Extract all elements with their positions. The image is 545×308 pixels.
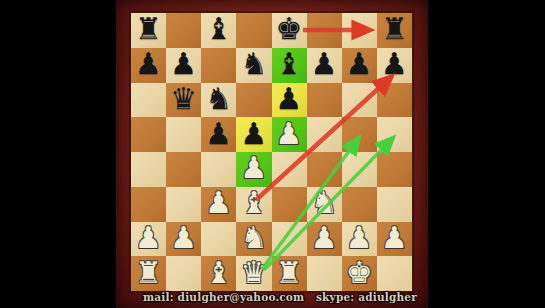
square-c1[interactable]: ♝ <box>201 256 236 291</box>
square-d7[interactable]: ♞ <box>236 48 271 83</box>
square-c2[interactable] <box>201 222 236 257</box>
square-b7[interactable]: ♟ <box>166 48 201 83</box>
square-f1[interactable] <box>307 256 342 291</box>
square-e4[interactable] <box>272 152 307 187</box>
piece-white-knight-d2[interactable]: ♞ <box>240 223 267 253</box>
square-g6[interactable] <box>342 83 377 118</box>
piece-white-pawn-b2[interactable]: ♟ <box>170 223 197 253</box>
piece-black-queen-b6[interactable]: ♛ <box>170 84 197 114</box>
right-black-bar <box>428 0 545 308</box>
square-c3[interactable]: ♟ <box>201 187 236 222</box>
square-a3[interactable] <box>131 187 166 222</box>
square-e7[interactable]: ♝ <box>272 48 307 83</box>
piece-white-pawn-c3[interactable]: ♟ <box>205 188 232 218</box>
square-h6[interactable] <box>377 83 412 118</box>
square-h2[interactable]: ♟ <box>377 222 412 257</box>
square-h7[interactable]: ♟ <box>377 48 412 83</box>
piece-white-bishop-c1[interactable]: ♝ <box>205 258 232 288</box>
square-h8[interactable]: ♜ <box>377 13 412 48</box>
piece-black-pawn-a7[interactable]: ♟ <box>135 49 162 79</box>
piece-white-rook-e1[interactable]: ♜ <box>276 258 303 288</box>
square-a2[interactable]: ♟ <box>131 222 166 257</box>
piece-black-knight-d7[interactable]: ♞ <box>240 49 267 79</box>
square-a8[interactable]: ♜ <box>131 13 166 48</box>
square-e6[interactable]: ♟ <box>272 83 307 118</box>
square-g4[interactable] <box>342 152 377 187</box>
square-h1[interactable] <box>377 256 412 291</box>
square-h4[interactable] <box>377 152 412 187</box>
square-b2[interactable]: ♟ <box>166 222 201 257</box>
square-h3[interactable] <box>377 187 412 222</box>
square-f6[interactable] <box>307 83 342 118</box>
square-d5[interactable]: ♟ <box>236 117 271 152</box>
piece-white-pawn-g2[interactable]: ♟ <box>346 223 373 253</box>
piece-black-pawn-b7[interactable]: ♟ <box>170 49 197 79</box>
square-f3[interactable]: ♞ <box>307 187 342 222</box>
piece-white-bishop-d3[interactable]: ♝ <box>240 188 267 218</box>
piece-black-bishop-e7[interactable]: ♝ <box>276 49 303 79</box>
square-b4[interactable] <box>166 152 201 187</box>
square-a5[interactable] <box>131 117 166 152</box>
piece-black-pawn-c5[interactable]: ♟ <box>205 119 232 149</box>
chess-board: ♜♝♚♜♟♟♞♝♟♟♟♛♞♟♟♟♟♟♟♝♞♟♟♞♟♟♟♜♝♛♜♚ <box>130 12 413 292</box>
square-g7[interactable]: ♟ <box>342 48 377 83</box>
piece-white-pawn-f2[interactable]: ♟ <box>311 223 338 253</box>
square-f2[interactable]: ♟ <box>307 222 342 257</box>
square-f5[interactable] <box>307 117 342 152</box>
piece-black-pawn-g7[interactable]: ♟ <box>346 49 373 79</box>
square-c8[interactable]: ♝ <box>201 13 236 48</box>
square-a6[interactable] <box>131 83 166 118</box>
piece-black-king-e8[interactable]: ♚ <box>276 14 303 44</box>
square-h5[interactable] <box>377 117 412 152</box>
square-g1[interactable]: ♚ <box>342 256 377 291</box>
piece-black-pawn-d5[interactable]: ♟ <box>240 119 267 149</box>
square-b8[interactable] <box>166 13 201 48</box>
piece-black-bishop-c8[interactable]: ♝ <box>205 14 232 44</box>
piece-black-pawn-h7[interactable]: ♟ <box>381 49 408 79</box>
square-a7[interactable]: ♟ <box>131 48 166 83</box>
square-b5[interactable] <box>166 117 201 152</box>
square-f4[interactable] <box>307 152 342 187</box>
piece-black-rook-a8[interactable]: ♜ <box>135 14 162 44</box>
piece-black-rook-h8[interactable]: ♜ <box>381 14 408 44</box>
square-b6[interactable]: ♛ <box>166 83 201 118</box>
square-c4[interactable] <box>201 152 236 187</box>
square-b1[interactable] <box>166 256 201 291</box>
square-d6[interactable] <box>236 83 271 118</box>
square-e1[interactable]: ♜ <box>272 256 307 291</box>
square-d1[interactable]: ♛ <box>236 256 271 291</box>
square-g2[interactable]: ♟ <box>342 222 377 257</box>
square-f7[interactable]: ♟ <box>307 48 342 83</box>
piece-white-pawn-a2[interactable]: ♟ <box>135 223 162 253</box>
square-f8[interactable] <box>307 13 342 48</box>
piece-white-pawn-d4[interactable]: ♟ <box>240 153 267 183</box>
square-e2[interactable] <box>272 222 307 257</box>
piece-white-pawn-h2[interactable]: ♟ <box>381 223 408 253</box>
contact-skype-label: skype: adiulgher <box>316 291 417 303</box>
piece-white-queen-d1[interactable]: ♛ <box>240 258 267 288</box>
square-e5[interactable]: ♟ <box>272 117 307 152</box>
square-d4[interactable]: ♟ <box>236 152 271 187</box>
piece-white-rook-a1[interactable]: ♜ <box>135 258 162 288</box>
square-e8[interactable]: ♚ <box>272 13 307 48</box>
left-black-bar <box>0 0 116 308</box>
square-b3[interactable] <box>166 187 201 222</box>
square-c5[interactable]: ♟ <box>201 117 236 152</box>
piece-white-knight-f3[interactable]: ♞ <box>311 188 338 218</box>
square-g5[interactable] <box>342 117 377 152</box>
square-g8[interactable] <box>342 13 377 48</box>
piece-black-knight-c6[interactable]: ♞ <box>205 84 232 114</box>
piece-black-pawn-f7[interactable]: ♟ <box>311 49 338 79</box>
piece-white-pawn-e5[interactable]: ♟ <box>276 119 303 149</box>
square-d8[interactable] <box>236 13 271 48</box>
square-e3[interactable] <box>272 187 307 222</box>
contact-email-label: mail: diulgher@yahoo.com <box>143 291 304 303</box>
square-d3[interactable]: ♝ <box>236 187 271 222</box>
square-g3[interactable] <box>342 187 377 222</box>
square-a1[interactable]: ♜ <box>131 256 166 291</box>
square-d2[interactable]: ♞ <box>236 222 271 257</box>
square-c6[interactable]: ♞ <box>201 83 236 118</box>
square-c7[interactable] <box>201 48 236 83</box>
piece-white-king-g1[interactable]: ♚ <box>346 258 373 288</box>
piece-black-pawn-e6[interactable]: ♟ <box>276 84 303 114</box>
square-a4[interactable] <box>131 152 166 187</box>
